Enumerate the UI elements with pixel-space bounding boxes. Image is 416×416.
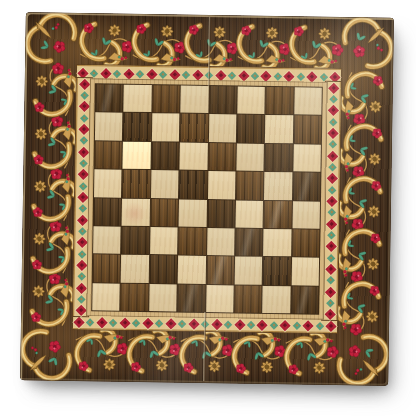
red-diamond-tile: [188, 317, 200, 330]
ornament-strip-right: [335, 72, 383, 336]
square-f6[interactable]: [236, 143, 264, 171]
square-b3[interactable]: [122, 227, 150, 255]
square-a6[interactable]: [94, 141, 122, 169]
red-diamond-tile: [324, 240, 337, 252]
red-diamond-tile: [73, 315, 85, 328]
square-a2[interactable]: [93, 254, 121, 282]
square-g8[interactable]: [266, 87, 294, 115]
square-a7[interactable]: [95, 113, 123, 141]
photo-background: [0, 0, 416, 416]
square-b1[interactable]: [121, 283, 149, 311]
square-b5[interactable]: [122, 170, 150, 198]
square-c6[interactable]: [151, 142, 179, 170]
square-a4[interactable]: [94, 198, 122, 226]
square-e6[interactable]: [208, 143, 236, 171]
square-g7[interactable]: [265, 115, 293, 143]
square-c8[interactable]: [152, 85, 180, 113]
red-diamond-tile: [323, 308, 336, 320]
red-diamond-tile: [280, 318, 292, 331]
square-d3[interactable]: [178, 227, 206, 255]
red-diamond-tile: [327, 82, 340, 94]
square-a1[interactable]: [92, 283, 120, 311]
green-diamond-tile: [153, 316, 165, 329]
square-f3[interactable]: [235, 228, 263, 256]
green-diamond-tile: [291, 318, 303, 331]
green-diamond-tile: [325, 161, 338, 173]
square-c7[interactable]: [152, 114, 180, 142]
green-diamond-tile: [324, 252, 337, 264]
red-diamond-tile: [326, 127, 339, 139]
square-d7[interactable]: [180, 114, 208, 142]
square-h1[interactable]: [291, 286, 319, 314]
square-f2[interactable]: [235, 257, 263, 285]
green-diamond-tile: [325, 206, 338, 218]
green-diamond-tile: [222, 317, 234, 330]
square-e8[interactable]: [209, 86, 237, 114]
green-diamond-tile: [323, 297, 336, 309]
square-h8[interactable]: [294, 87, 322, 115]
red-diamond-tile: [234, 317, 246, 330]
square-c2[interactable]: [149, 255, 177, 283]
square-h3[interactable]: [292, 229, 320, 257]
square-h5[interactable]: [293, 172, 321, 200]
red-diamond-tile: [325, 195, 338, 207]
square-h4[interactable]: [292, 201, 320, 229]
square-a3[interactable]: [93, 226, 121, 254]
square-h6[interactable]: [293, 144, 321, 172]
corner-knot-bottom-right: [332, 329, 394, 386]
square-d8[interactable]: [180, 86, 208, 114]
corner-knot-bottom-left: [20, 324, 77, 386]
square-f1[interactable]: [234, 285, 262, 313]
square-h7[interactable]: [294, 116, 322, 144]
red-diamond-tile: [119, 316, 131, 329]
square-a5[interactable]: [94, 169, 122, 197]
square-b6[interactable]: [123, 141, 151, 169]
square-c4[interactable]: [150, 199, 178, 227]
square-c5[interactable]: [151, 170, 179, 198]
square-d5[interactable]: [179, 171, 207, 199]
square-e1[interactable]: [206, 285, 234, 313]
square-g2[interactable]: [263, 257, 291, 285]
green-diamond-tile: [324, 229, 337, 241]
green-diamond-tile: [84, 315, 96, 328]
square-g6[interactable]: [265, 144, 293, 172]
square-b7[interactable]: [123, 113, 151, 141]
red-diamond-tile: [325, 172, 338, 184]
red-diamond-tile: [165, 316, 177, 329]
square-d4[interactable]: [179, 199, 207, 227]
corner-knot-top-right: [337, 12, 394, 74]
green-diamond-tile: [325, 184, 338, 196]
square-f4[interactable]: [235, 200, 263, 228]
square-g4[interactable]: [264, 200, 292, 228]
square-d1[interactable]: [177, 284, 205, 312]
square-e2[interactable]: [206, 256, 234, 284]
green-diamond-tile: [176, 317, 188, 330]
ornament-strip-bottom: [75, 327, 339, 375]
square-a8[interactable]: [95, 84, 123, 112]
green-diamond-tile: [324, 274, 337, 286]
square-c3[interactable]: [150, 227, 178, 255]
green-diamond-tile: [268, 318, 280, 331]
square-f5[interactable]: [236, 172, 264, 200]
square-g3[interactable]: [263, 229, 291, 257]
ornament-strip-top: [80, 23, 344, 71]
ornament-strip-left: [31, 62, 79, 326]
green-diamond-tile: [130, 316, 142, 329]
green-diamond-tile: [326, 116, 339, 128]
red-diamond-tile: [142, 316, 154, 329]
red-diamond-tile: [326, 105, 339, 117]
square-c1[interactable]: [149, 284, 177, 312]
green-diamond-tile: [326, 139, 339, 151]
square-e5[interactable]: [208, 171, 236, 199]
red-diamond-tile: [326, 319, 338, 332]
red-diamond-tile: [323, 286, 336, 298]
red-diamond-tile: [96, 315, 108, 328]
green-diamond-tile: [314, 319, 326, 332]
square-g1[interactable]: [262, 286, 290, 314]
red-diamond-tile: [211, 317, 223, 330]
chess-grid: [92, 84, 322, 314]
square-b4[interactable]: [122, 198, 150, 226]
red-diamond-tile: [325, 218, 338, 230]
red-diamond-tile: [324, 263, 337, 275]
green-diamond-tile: [245, 318, 257, 331]
square-e4[interactable]: [207, 200, 235, 228]
square-b8[interactable]: [124, 85, 152, 113]
red-diamond-tile: [257, 318, 269, 331]
green-diamond-tile: [326, 93, 339, 105]
square-e3[interactable]: [207, 228, 235, 256]
green-diamond-tile: [107, 315, 119, 328]
square-d6[interactable]: [180, 142, 208, 170]
corner-knot-top-left: [20, 12, 82, 69]
square-f8[interactable]: [237, 86, 265, 114]
red-diamond-tile: [303, 319, 315, 332]
square-e7[interactable]: [208, 114, 236, 142]
square-f7[interactable]: [237, 115, 265, 143]
square-h2[interactable]: [291, 258, 319, 286]
red-diamond-tile: [326, 150, 339, 162]
square-b2[interactable]: [121, 255, 149, 283]
chess-board: [20, 12, 394, 386]
square-d2[interactable]: [178, 256, 206, 284]
square-g5[interactable]: [264, 172, 292, 200]
